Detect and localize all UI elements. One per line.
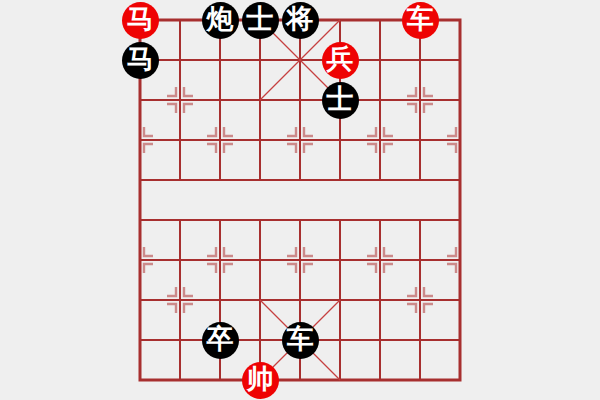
piece-black-advisor-2[interactable]: 士: [322, 82, 359, 119]
piece-red-chariot[interactable]: 车: [402, 2, 439, 39]
piece-glyph: 马: [127, 6, 154, 33]
piece-black-cannon[interactable]: 炮: [202, 2, 239, 39]
piece-glyph: 将: [287, 6, 314, 33]
piece-glyph: 士: [327, 86, 354, 113]
piece-glyph: 兵: [327, 46, 354, 73]
piece-black-advisor-1[interactable]: 士: [242, 2, 279, 39]
piece-glyph: 车: [287, 326, 314, 353]
piece-glyph: 士: [247, 6, 274, 33]
piece-red-general[interactable]: 帅: [242, 362, 279, 399]
piece-red-horse[interactable]: 马: [122, 2, 159, 39]
piece-glyph: 帅: [247, 366, 274, 393]
piece-red-soldier[interactable]: 兵: [322, 42, 359, 79]
piece-black-horse[interactable]: 马: [122, 42, 159, 79]
piece-glyph: 卒: [207, 326, 234, 353]
piece-grid: 马炮士将车马兵士卒车帅: [120, 0, 480, 400]
xiangqi-board: 马炮士将车马兵士卒车帅: [0, 0, 600, 400]
piece-black-general[interactable]: 将: [282, 2, 319, 39]
piece-black-chariot[interactable]: 车: [282, 322, 319, 359]
piece-glyph: 车: [407, 6, 434, 33]
piece-glyph: 马: [127, 46, 154, 73]
piece-black-soldier[interactable]: 卒: [202, 322, 239, 359]
piece-glyph: 炮: [207, 6, 234, 33]
